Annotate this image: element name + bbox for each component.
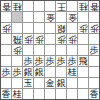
sente-knight[interactable]: 桂 <box>13 90 22 99</box>
square-3f[interactable]: 歩 <box>67 56 77 66</box>
square-8d[interactable]: 飛 <box>12 34 22 44</box>
square-6a[interactable] <box>34 1 44 11</box>
gote-pawn[interactable]: 歩 <box>79 24 88 33</box>
square-7e[interactable] <box>23 45 33 55</box>
square-3a[interactable] <box>67 1 77 11</box>
sente-silver[interactable]: 銀 <box>57 79 66 88</box>
square-1h[interactable] <box>89 78 99 88</box>
square-2a[interactable]: 桂 <box>78 1 88 11</box>
square-7h[interactable]: 玉 <box>23 78 33 88</box>
sente-pawn[interactable]: 歩 <box>68 57 77 66</box>
square-7g[interactable]: 銀 <box>23 67 33 77</box>
gote-pawn[interactable]: 歩 <box>2 24 11 33</box>
square-9f[interactable] <box>1 56 11 66</box>
gote-pawn[interactable]: 歩 <box>24 35 33 44</box>
square-1e[interactable]: 歩 <box>89 45 99 55</box>
square-8e[interactable]: 歩 <box>12 45 22 55</box>
square-1b[interactable] <box>89 12 99 22</box>
square-6e[interactable] <box>34 45 44 55</box>
sente-pawn[interactable]: 歩 <box>57 57 66 66</box>
square-2b[interactable] <box>78 12 88 22</box>
square-4f[interactable]: 歩 <box>56 56 66 66</box>
square-2f[interactable]: 飛 <box>78 56 88 66</box>
square-7b[interactable] <box>23 12 33 22</box>
square-9c[interactable]: 歩 <box>1 23 11 33</box>
square-5b[interactable]: 金 <box>45 12 55 22</box>
sente-knight[interactable]: 桂 <box>68 68 77 77</box>
square-8f[interactable] <box>12 56 22 66</box>
sente-pawn[interactable]: 歩 <box>13 68 22 77</box>
square-4a[interactable]: 王 <box>56 1 66 11</box>
square-5a[interactable] <box>45 1 55 11</box>
square-4h[interactable]: 銀 <box>56 78 66 88</box>
square-9b[interactable] <box>1 12 11 22</box>
square-2e[interactable] <box>78 45 88 55</box>
square-8c[interactable] <box>12 23 22 33</box>
square-5c[interactable] <box>45 23 55 33</box>
sente-pawn[interactable]: 歩 <box>90 46 99 55</box>
square-2d[interactable] <box>78 34 88 44</box>
square-3b[interactable]: 金 <box>67 12 77 22</box>
square-5f[interactable]: 歩 <box>45 56 55 66</box>
square-2h[interactable] <box>78 78 88 88</box>
square-7d[interactable]: 歩 <box>23 34 33 44</box>
square-7f[interactable]: 歩 <box>23 56 33 66</box>
square-3h[interactable] <box>67 78 77 88</box>
square-1g[interactable] <box>89 67 99 77</box>
square-1d[interactable] <box>89 34 99 44</box>
square-5d[interactable] <box>45 34 55 44</box>
square-9i[interactable]: 香 <box>1 89 11 99</box>
square-8g[interactable]: 歩 <box>12 67 22 77</box>
gote-pawn[interactable]: 歩 <box>90 24 99 33</box>
square-4g[interactable] <box>56 67 66 77</box>
square-6d[interactable]: 歩 <box>34 34 44 44</box>
sente-king[interactable]: 玉 <box>24 79 33 88</box>
square-1c[interactable]: 歩 <box>89 23 99 33</box>
square-7c[interactable] <box>23 23 33 33</box>
square-2c[interactable]: 歩 <box>78 23 88 33</box>
square-2g[interactable] <box>78 67 88 77</box>
square-9h[interactable] <box>1 78 11 88</box>
square-5g[interactable] <box>45 67 55 77</box>
square-4d[interactable]: 歩 <box>56 34 66 44</box>
sente-pawn[interactable]: 歩 <box>2 68 11 77</box>
gote-silver[interactable]: 銀 <box>57 24 66 33</box>
square-5e[interactable] <box>45 45 55 55</box>
gote-gold[interactable]: 金 <box>46 13 55 22</box>
gote-lance[interactable]: 香 <box>2 2 11 11</box>
square-5i[interactable] <box>45 89 55 99</box>
square-4e[interactable] <box>56 45 66 55</box>
gote-lance[interactable]: 香 <box>90 2 99 11</box>
gote-pawn[interactable]: 歩 <box>57 35 66 44</box>
square-9g[interactable]: 歩 <box>1 67 11 77</box>
square-6i[interactable] <box>34 89 44 99</box>
gote-rook[interactable]: 飛 <box>13 35 22 44</box>
square-4b[interactable] <box>56 12 66 22</box>
square-6f[interactable]: 歩 <box>34 56 44 66</box>
square-4c[interactable]: 銀 <box>56 23 66 33</box>
sente-silver[interactable]: 銀 <box>35 68 44 77</box>
gote-knight[interactable]: 桂 <box>13 2 22 11</box>
square-3i[interactable] <box>67 89 77 99</box>
square-1a[interactable]: 香 <box>89 1 99 11</box>
shogi-board: 香桂王桂香金金歩銀歩歩飛歩歩歩歩歩歩歩歩歩歩歩飛歩歩銀銀桂玉金銀香桂香 <box>0 0 100 100</box>
square-9e[interactable] <box>1 45 11 55</box>
square-9a[interactable]: 香 <box>1 1 11 11</box>
square-1i[interactable]: 香 <box>89 89 99 99</box>
square-3e[interactable] <box>67 45 77 55</box>
square-1f[interactable] <box>89 56 99 66</box>
square-8i[interactable]: 桂 <box>12 89 22 99</box>
gote-king[interactable]: 王 <box>57 2 66 11</box>
square-7a[interactable] <box>23 1 33 11</box>
square-3d[interactable]: 歩 <box>67 34 77 44</box>
square-8a[interactable]: 桂 <box>12 1 22 11</box>
square-3g[interactable]: 桂 <box>67 67 77 77</box>
sente-lance[interactable]: 香 <box>90 90 99 99</box>
square-2i[interactable] <box>78 89 88 99</box>
sente-rook[interactable]: 飛 <box>79 57 88 66</box>
square-7i[interactable] <box>23 89 33 99</box>
square-8b[interactable] <box>12 12 22 22</box>
sente-pawn[interactable]: 歩 <box>24 57 33 66</box>
square-6b[interactable] <box>34 12 44 22</box>
square-3c[interactable] <box>67 23 77 33</box>
square-9d[interactable] <box>1 34 11 44</box>
square-5h[interactable]: 金 <box>45 78 55 88</box>
gote-pawn[interactable]: 歩 <box>35 35 44 44</box>
sente-gold[interactable]: 金 <box>46 79 55 88</box>
gote-pawn[interactable]: 歩 <box>68 35 77 44</box>
gote-gold[interactable]: 金 <box>68 13 77 22</box>
square-8h[interactable] <box>12 78 22 88</box>
square-4i[interactable] <box>56 89 66 99</box>
square-6g[interactable]: 銀 <box>34 67 44 77</box>
sente-silver[interactable]: 銀 <box>24 68 33 77</box>
sente-pawn[interactable]: 歩 <box>35 57 44 66</box>
gote-pawn[interactable]: 歩 <box>13 46 22 55</box>
gote-knight[interactable]: 桂 <box>79 2 88 11</box>
sente-lance[interactable]: 香 <box>2 90 11 99</box>
square-6c[interactable] <box>34 23 44 33</box>
square-6h[interactable] <box>34 78 44 88</box>
sente-pawn[interactable]: 歩 <box>46 57 55 66</box>
